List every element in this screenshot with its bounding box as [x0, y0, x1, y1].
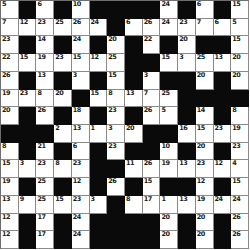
- letter-cell[interactable]: 17: [36, 214, 54, 232]
- cell-clue-number: 16: [179, 125, 187, 132]
- cell-clue-number: 7: [197, 19, 201, 26]
- letter-cell[interactable]: 25: [107, 54, 125, 72]
- letter-cell[interactable]: 22: [143, 36, 161, 54]
- cell-clue-number: 22: [144, 36, 152, 43]
- letter-cell[interactable]: 6: [196, 1, 214, 19]
- cell-clue-number: 25: [161, 90, 169, 97]
- cell-clue-number: 12: [2, 231, 10, 238]
- block-cell: [160, 36, 178, 54]
- block-cell: [90, 72, 108, 90]
- letter-cell[interactable]: 20: [107, 36, 125, 54]
- cell-clue-number: 26: [2, 72, 10, 79]
- letter-cell[interactable]: 15: [107, 72, 125, 90]
- block-cell: [143, 214, 161, 232]
- cell-clue-number: 19: [2, 90, 10, 97]
- block-cell: [19, 107, 37, 125]
- block-cell: [19, 1, 37, 19]
- cell-clue-number: 12: [215, 160, 223, 167]
- block-cell: [107, 214, 125, 232]
- block-cell: [125, 178, 143, 196]
- letter-cell[interactable]: 12: [90, 54, 108, 72]
- cell-clue-number: 1: [91, 125, 95, 132]
- cell-clue-number: 20: [197, 143, 205, 150]
- cell-clue-number: 25: [37, 178, 45, 185]
- cell-clue-number: 7: [2, 19, 6, 26]
- cell-clue-number: 24: [91, 19, 99, 26]
- block-cell: [178, 178, 196, 196]
- letter-cell[interactable]: 11: [125, 160, 143, 178]
- cell-clue-number: 14: [197, 107, 205, 114]
- letter-cell[interactable]: 23: [72, 160, 90, 178]
- letter-cell[interactable]: 12: [196, 178, 214, 196]
- block-cell: [107, 1, 125, 19]
- letter-cell[interactable]: 26: [143, 160, 161, 178]
- cell-clue-number: 24: [73, 214, 81, 221]
- letter-cell[interactable]: 15: [231, 1, 249, 19]
- cell-clue-number: 20: [197, 214, 205, 221]
- letter-cell[interactable]: 26: [107, 178, 125, 196]
- block-cell: [125, 54, 143, 72]
- block-cell: [125, 143, 143, 161]
- letter-cell[interactable]: 18: [72, 107, 90, 125]
- cell-clue-number: 23: [55, 54, 63, 61]
- letter-cell[interactable]: 24: [231, 196, 249, 214]
- letter-cell[interactable]: 15: [1, 160, 19, 178]
- letter-cell[interactable]: 13: [178, 160, 196, 178]
- block-cell: [54, 36, 72, 54]
- cell-clue-number: 6: [197, 1, 201, 8]
- block-cell: [125, 214, 143, 232]
- cell-clue-number: 3: [20, 160, 24, 167]
- letter-cell[interactable]: 20: [54, 90, 72, 108]
- cell-clue-number: 20: [179, 36, 187, 43]
- cell-clue-number: 3: [179, 54, 183, 61]
- letter-cell[interactable]: 19: [160, 160, 178, 178]
- codeword-grid: 5610246157122325262462624237652314242022…: [0, 0, 249, 249]
- cell-clue-number: 24: [73, 36, 81, 43]
- cell-clue-number: 19: [197, 196, 205, 203]
- block-cell: [90, 36, 108, 54]
- letter-cell[interactable]: 9: [19, 196, 37, 214]
- cell-clue-number: 10: [73, 1, 81, 8]
- codeword-puzzle: 5610246157122325262462624237652314242022…: [0, 0, 250, 250]
- letter-cell[interactable]: 15: [196, 125, 214, 143]
- letter-cell[interactable]: 1: [160, 196, 178, 214]
- letter-cell[interactable]: 15: [231, 36, 249, 54]
- letter-cell[interactable]: 15: [19, 54, 37, 72]
- cell-clue-number: 3: [144, 72, 148, 79]
- block-cell: [19, 36, 37, 54]
- cell-clue-number: 15: [108, 72, 116, 79]
- cell-clue-number: 13: [179, 196, 187, 203]
- cell-clue-number: 15: [20, 54, 28, 61]
- cell-clue-number: 26: [73, 19, 81, 26]
- cell-clue-number: 15: [232, 1, 240, 8]
- cell-clue-number: 26: [232, 231, 240, 238]
- cell-clue-number: 17: [144, 196, 152, 203]
- letter-cell[interactable]: 26: [72, 19, 90, 37]
- letter-cell[interactable]: 17: [143, 196, 161, 214]
- block-cell: [90, 231, 108, 249]
- block-cell: [90, 143, 108, 161]
- letter-cell[interactable]: 13: [178, 196, 196, 214]
- letter-cell[interactable]: 26: [143, 107, 161, 125]
- cell-clue-number: 15: [232, 36, 240, 43]
- cell-clue-number: 25: [108, 54, 116, 61]
- letter-cell[interactable]: 12: [72, 178, 90, 196]
- letter-cell[interactable]: 20: [160, 231, 178, 249]
- letter-cell[interactable]: 2: [54, 125, 72, 143]
- letter-cell[interactable]: 20: [231, 72, 249, 90]
- cell-clue-number: 26: [37, 107, 45, 114]
- letter-cell[interactable]: 24: [90, 19, 108, 37]
- letter-cell[interactable]: 5: [1, 1, 19, 19]
- letter-cell[interactable]: 25: [36, 196, 54, 214]
- cell-clue-number: 20: [161, 231, 169, 238]
- block-cell: [214, 72, 232, 90]
- letter-cell[interactable]: 8: [54, 160, 72, 178]
- block-cell: [178, 90, 196, 108]
- cell-clue-number: 18: [73, 107, 81, 114]
- letter-cell[interactable]: 25: [196, 54, 214, 72]
- letter-cell[interactable]: 12: [214, 160, 232, 178]
- block-cell: [196, 36, 214, 54]
- letter-cell[interactable]: 13: [72, 125, 90, 143]
- block-cell: [107, 231, 125, 249]
- letter-cell[interactable]: 7: [1, 19, 19, 37]
- cell-clue-number: 13: [37, 72, 45, 79]
- letter-cell[interactable]: 20: [196, 72, 214, 90]
- block-cell: [214, 90, 232, 108]
- block-cell: [54, 107, 72, 125]
- letter-cell[interactable]: 23: [36, 160, 54, 178]
- letter-cell[interactable]: 20: [160, 214, 178, 232]
- cell-clue-number: 13: [2, 196, 10, 203]
- cell-clue-number: 12: [20, 19, 28, 26]
- cell-clue-number: 15: [232, 178, 240, 185]
- block-cell: [214, 231, 232, 249]
- cell-clue-number: 15: [197, 125, 205, 132]
- cell-clue-number: 25: [37, 196, 45, 203]
- cell-clue-number: 15: [144, 178, 152, 185]
- cell-clue-number: 8: [2, 143, 6, 150]
- letter-cell[interactable]: 8: [125, 196, 143, 214]
- cell-clue-number: 24: [232, 196, 240, 203]
- letter-cell[interactable]: 24: [160, 19, 178, 37]
- letter-cell[interactable]: 14: [196, 107, 214, 125]
- cell-clue-number: 8: [37, 90, 41, 97]
- cell-clue-number: 15: [2, 160, 10, 167]
- letter-cell[interactable]: 4: [231, 160, 249, 178]
- cell-clue-number: 23: [2, 36, 10, 43]
- block-cell: [125, 231, 143, 249]
- block-cell: [19, 214, 37, 232]
- block-cell: [196, 90, 214, 108]
- cell-clue-number: 11: [126, 160, 134, 167]
- cell-clue-number: 12: [91, 54, 99, 61]
- letter-cell[interactable]: 10: [160, 143, 178, 161]
- cell-clue-number: 1: [161, 196, 165, 203]
- letter-cell[interactable]: 7: [196, 19, 214, 37]
- letter-cell[interactable]: 15: [54, 196, 72, 214]
- cell-clue-number: 23: [37, 19, 45, 26]
- block-cell: [178, 143, 196, 161]
- letter-cell[interactable]: 15: [90, 90, 108, 108]
- cell-clue-number: 23: [108, 107, 116, 114]
- letter-cell[interactable]: 3: [90, 196, 108, 214]
- letter-cell[interactable]: 8: [1, 143, 19, 161]
- cell-clue-number: 26: [232, 214, 240, 221]
- cell-clue-number: 15: [55, 196, 63, 203]
- letter-cell[interactable]: 20: [196, 143, 214, 161]
- block-cell: [54, 143, 72, 161]
- cell-clue-number: 5: [2, 1, 6, 8]
- block-cell: [19, 125, 37, 143]
- cell-clue-number: 14: [37, 36, 45, 43]
- cell-clue-number: 6: [73, 143, 77, 150]
- block-cell: [178, 231, 196, 249]
- letter-cell[interactable]: 8: [36, 90, 54, 108]
- letter-cell[interactable]: 24: [160, 1, 178, 19]
- cell-clue-number: 21: [37, 143, 45, 150]
- letter-cell[interactable]: 25: [36, 178, 54, 196]
- cell-clue-number: 26: [144, 107, 152, 114]
- letter-cell[interactable]: 19: [1, 90, 19, 108]
- block-cell: [214, 214, 232, 232]
- letter-cell[interactable]: 26: [36, 107, 54, 125]
- block-cell: [54, 178, 72, 196]
- cell-clue-number: 15: [73, 54, 81, 61]
- cell-clue-number: 5: [161, 107, 165, 114]
- letter-cell[interactable]: 12: [19, 19, 37, 37]
- letter-cell[interactable]: 23: [214, 125, 232, 143]
- block-cell: [36, 125, 54, 143]
- letter-cell[interactable]: 3: [178, 54, 196, 72]
- letter-cell[interactable]: 26: [1, 72, 19, 90]
- letter-cell[interactable]: 15: [72, 54, 90, 72]
- letter-cell[interactable]: 8: [231, 107, 249, 125]
- cell-clue-number: 23: [20, 90, 28, 97]
- letter-cell[interactable]: 3: [19, 160, 37, 178]
- letter-cell[interactable]: 19: [1, 178, 19, 196]
- letter-cell[interactable]: 13: [36, 72, 54, 90]
- cell-clue-number: 3: [73, 72, 77, 79]
- cell-clue-number: 19: [161, 160, 169, 167]
- cell-clue-number: 23: [37, 160, 45, 167]
- letter-cell[interactable]: 20: [178, 36, 196, 54]
- letter-cell[interactable]: 22: [1, 54, 19, 72]
- cell-clue-number: 26: [108, 178, 116, 185]
- cell-clue-number: 6: [215, 19, 219, 26]
- cell-clue-number: 6: [126, 19, 130, 26]
- letter-cell[interactable]: 6: [72, 143, 90, 161]
- letter-cell[interactable]: 19: [231, 125, 249, 143]
- letter-cell[interactable]: 20: [196, 231, 214, 249]
- cell-clue-number: 13: [179, 160, 187, 167]
- cell-clue-number: 8: [55, 160, 59, 167]
- cell-clue-number: 25: [55, 19, 63, 26]
- cell-clue-number: 8: [126, 196, 130, 203]
- letter-cell[interactable]: 19: [36, 54, 54, 72]
- block-cell: [178, 72, 196, 90]
- cell-clue-number: 23: [108, 143, 116, 150]
- cell-clue-number: 24: [161, 19, 169, 26]
- cell-clue-number: 15: [91, 90, 99, 97]
- block-cell: [143, 1, 161, 19]
- block-cell: [90, 214, 108, 232]
- block-cell: [90, 1, 108, 19]
- letter-cell[interactable]: 24: [72, 214, 90, 232]
- block-cell: [90, 160, 108, 178]
- letter-cell[interactable]: 13: [214, 54, 232, 72]
- block-cell: [178, 107, 196, 125]
- letter-cell[interactable]: 8: [107, 90, 125, 108]
- block-cell: [214, 178, 232, 196]
- letter-cell[interactable]: 13: [1, 196, 19, 214]
- cell-clue-number: 4: [232, 160, 236, 167]
- block-cell: [160, 178, 178, 196]
- block-cell: [54, 214, 72, 232]
- letter-cell[interactable]: 23: [19, 90, 37, 108]
- block-cell: [231, 90, 249, 108]
- letter-cell[interactable]: 12: [1, 214, 19, 232]
- letter-cell[interactable]: 13: [125, 90, 143, 108]
- letter-cell[interactable]: 16: [178, 125, 196, 143]
- block-cell: [125, 107, 143, 125]
- letter-cell[interactable]: 23: [72, 196, 90, 214]
- letter-cell[interactable]: 23: [231, 143, 249, 161]
- letter-cell[interactable]: 26: [231, 231, 249, 249]
- cell-clue-number: 19: [37, 54, 45, 61]
- block-cell: [214, 143, 232, 161]
- cell-clue-number: 20: [232, 72, 240, 79]
- cell-clue-number: 20: [126, 125, 134, 132]
- block-cell: [72, 90, 90, 108]
- block-cell: [19, 231, 37, 249]
- cell-clue-number: 12: [197, 178, 205, 185]
- letter-cell[interactable]: 23: [107, 107, 125, 125]
- letter-cell[interactable]: 6: [36, 1, 54, 19]
- letter-cell[interactable]: 19: [196, 196, 214, 214]
- letter-cell[interactable]: 14: [36, 36, 54, 54]
- cell-clue-number: 3: [91, 196, 95, 203]
- cell-clue-number: 20: [232, 54, 240, 61]
- block-cell: [90, 107, 108, 125]
- letter-cell[interactable]: 7: [143, 90, 161, 108]
- letter-cell[interactable]: 23: [196, 160, 214, 178]
- cell-clue-number: 6: [37, 1, 41, 8]
- block-cell: [107, 160, 125, 178]
- cell-clue-number: 17: [37, 231, 45, 238]
- cell-clue-number: 9: [20, 196, 24, 203]
- cell-clue-number: 15: [161, 54, 169, 61]
- cell-clue-number: 23: [73, 160, 81, 167]
- cell-clue-number: 10: [161, 143, 169, 150]
- cell-clue-number: 24: [215, 196, 223, 203]
- cell-clue-number: 22: [2, 54, 10, 61]
- letter-cell[interactable]: 26: [231, 214, 249, 232]
- letter-cell[interactable]: 15: [160, 54, 178, 72]
- letter-cell[interactable]: 12: [1, 231, 19, 249]
- letter-cell[interactable]: 25: [54, 19, 72, 37]
- letter-cell[interactable]: 24: [214, 196, 232, 214]
- block-cell: [143, 125, 161, 143]
- cell-clue-number: 25: [197, 54, 205, 61]
- cell-clue-number: 7: [144, 90, 148, 97]
- cell-clue-number: 12: [2, 214, 10, 221]
- cell-clue-number: 13: [126, 90, 134, 97]
- letter-cell[interactable]: 1: [90, 125, 108, 143]
- block-cell: [178, 1, 196, 19]
- cell-clue-number: 5: [232, 19, 236, 26]
- letter-cell[interactable]: 20: [125, 125, 143, 143]
- letter-cell[interactable]: 23: [54, 54, 72, 72]
- block-cell: [107, 19, 125, 37]
- letter-cell[interactable]: 6: [125, 19, 143, 37]
- letter-cell[interactable]: 20: [1, 107, 19, 125]
- letter-cell[interactable]: 26: [143, 19, 161, 37]
- letter-cell[interactable]: 21: [36, 143, 54, 161]
- letter-cell[interactable]: 23: [178, 19, 196, 37]
- block-cell: [143, 54, 161, 72]
- cell-clue-number: 2: [55, 125, 59, 132]
- letter-cell[interactable]: 24: [72, 231, 90, 249]
- block-cell: [125, 36, 143, 54]
- block-cell: [143, 231, 161, 249]
- letter-cell[interactable]: 23: [36, 19, 54, 37]
- cell-clue-number: 20: [197, 72, 205, 79]
- cell-clue-number: 23: [197, 160, 205, 167]
- cell-clue-number: 26: [144, 160, 152, 167]
- letter-cell[interactable]: 5: [231, 19, 249, 37]
- letter-cell[interactable]: 3: [72, 72, 90, 90]
- block-cell: [178, 214, 196, 232]
- cell-clue-number: 19: [2, 178, 10, 185]
- cell-clue-number: 24: [73, 231, 81, 238]
- cell-clue-number: 8: [108, 90, 112, 97]
- letter-cell[interactable]: 10: [72, 1, 90, 19]
- block-cell: [54, 1, 72, 19]
- letter-cell[interactable]: 25: [160, 90, 178, 108]
- cell-clue-number: 8: [232, 107, 236, 114]
- letter-cell[interactable]: 20: [196, 214, 214, 232]
- letter-cell[interactable]: 5: [160, 107, 178, 125]
- letter-cell[interactable]: 15: [143, 178, 161, 196]
- letter-cell[interactable]: 3: [143, 72, 161, 90]
- block-cell: [54, 72, 72, 90]
- letter-cell[interactable]: 17: [36, 231, 54, 249]
- cell-clue-number: 26: [144, 19, 152, 26]
- cell-clue-number: 20: [197, 231, 205, 238]
- block-cell: [143, 143, 161, 161]
- letter-cell[interactable]: 23: [1, 36, 19, 54]
- block-cell: [125, 1, 143, 19]
- letter-cell[interactable]: 3: [107, 125, 125, 143]
- letter-cell[interactable]: 24: [72, 36, 90, 54]
- cell-clue-number: 20: [161, 214, 169, 221]
- cell-clue-number: 20: [55, 90, 63, 97]
- letter-cell[interactable]: 23: [107, 143, 125, 161]
- letter-cell[interactable]: 15: [231, 178, 249, 196]
- block-cell: [125, 72, 143, 90]
- cell-clue-number: 3: [108, 125, 112, 132]
- block-cell: [54, 231, 72, 249]
- letter-cell[interactable]: 20: [231, 54, 249, 72]
- block-cell: [214, 1, 232, 19]
- letter-cell[interactable]: 6: [214, 19, 232, 37]
- block-cell: [19, 72, 37, 90]
- cell-clue-number: 23: [179, 19, 187, 26]
